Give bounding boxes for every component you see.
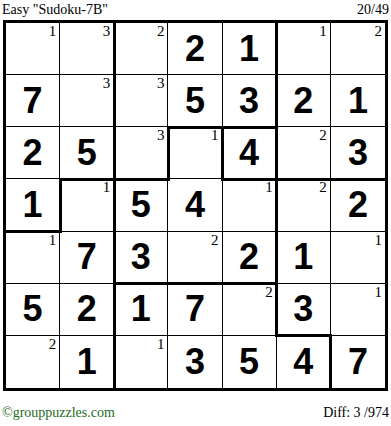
region-border-horizontal xyxy=(59,178,170,181)
cell-r5c1[interactable]: 1 xyxy=(6,232,60,284)
pencil-mark: 1 xyxy=(103,179,111,196)
cell-r4c1[interactable]: 1 xyxy=(6,179,60,231)
cell-r5c4[interactable]: 2 xyxy=(168,232,222,284)
cell-r5c6[interactable]: 1 xyxy=(277,232,331,284)
cell-r7c7[interactable]: 7 xyxy=(331,336,385,388)
pencil-mark: 3 xyxy=(103,23,111,40)
cell-value: 4 xyxy=(168,179,221,230)
cell-value: 4 xyxy=(223,127,276,178)
cell-value: 3 xyxy=(114,232,167,283)
cell-r7c6[interactable]: 4 xyxy=(277,336,331,388)
cell-value: 5 xyxy=(60,127,113,178)
cell-value: 3 xyxy=(277,284,330,335)
cell-r7c2[interactable]: 1 xyxy=(60,336,114,388)
region-border-vertical xyxy=(167,126,170,181)
cell-r2c3[interactable]: 3 xyxy=(114,75,168,127)
pencil-mark: 1 xyxy=(374,284,382,301)
cell-r7c1[interactable]: 2 xyxy=(6,336,60,388)
pencil-mark: 2 xyxy=(319,179,327,196)
cell-r6c5[interactable]: 2 xyxy=(223,284,277,336)
cell-value: 1 xyxy=(277,232,330,283)
cell-value: 7 xyxy=(6,75,59,126)
sudoku-board: 1322112733532125314231154122173221152172… xyxy=(3,20,388,391)
cell-r3c1[interactable]: 2 xyxy=(6,127,60,179)
cell-r6c1[interactable]: 5 xyxy=(6,284,60,336)
pencil-mark: 1 xyxy=(49,232,57,249)
cell-r3c3[interactable]: 3 xyxy=(114,127,168,179)
cell-r5c3[interactable]: 3 xyxy=(114,232,168,284)
region-border-horizontal xyxy=(6,230,62,233)
pencil-mark: 2 xyxy=(49,336,57,353)
cell-r3c6[interactable]: 2 xyxy=(277,127,331,179)
cell-r4c4[interactable]: 4 xyxy=(168,179,222,231)
cell-r2c7[interactable]: 1 xyxy=(331,75,385,127)
cell-value: 4 xyxy=(277,336,330,388)
cell-r6c6[interactable]: 3 xyxy=(277,284,331,336)
cell-r3c4[interactable]: 1 xyxy=(168,127,222,179)
cell-value: 1 xyxy=(6,179,59,230)
cell-r6c2[interactable]: 2 xyxy=(60,284,114,336)
cell-value: 2 xyxy=(60,284,113,335)
cell-value: 3 xyxy=(168,336,221,388)
cell-value: 5 xyxy=(114,179,167,230)
cell-r3c5[interactable]: 4 xyxy=(223,127,277,179)
region-border-horizontal xyxy=(167,126,278,129)
cell-value: 1 xyxy=(223,23,276,74)
cell-value: 1 xyxy=(114,284,167,335)
cell-r4c3[interactable]: 5 xyxy=(114,179,168,231)
page-title: Easy "Sudoku-7B" xyxy=(2,1,108,18)
cell-value: 5 xyxy=(223,336,276,388)
cell-r2c1[interactable]: 7 xyxy=(6,75,60,127)
pencil-mark: 3 xyxy=(103,75,111,92)
cell-r5c7[interactable]: 1 xyxy=(331,232,385,284)
cell-value: 2 xyxy=(331,179,385,230)
cell-r7c3[interactable]: 1 xyxy=(114,336,168,388)
pencil-mark: 1 xyxy=(319,23,327,40)
pencil-mark: 1 xyxy=(265,179,273,196)
cell-r2c5[interactable]: 3 xyxy=(223,75,277,127)
cell-r5c5[interactable]: 2 xyxy=(223,232,277,284)
region-border-vertical xyxy=(329,334,332,388)
cell-r6c4[interactable]: 7 xyxy=(168,284,222,336)
cell-value: 3 xyxy=(331,127,385,178)
cell-r1c7[interactable]: 2 xyxy=(331,23,385,75)
pencil-mark: 1 xyxy=(211,127,219,144)
cell-r1c2[interactable]: 3 xyxy=(60,23,114,75)
pencil-mark: 2 xyxy=(157,23,165,40)
cell-r4c6[interactable]: 2 xyxy=(277,179,331,231)
cell-r5c2[interactable]: 7 xyxy=(60,232,114,284)
cell-r3c2[interactable]: 5 xyxy=(60,127,114,179)
cell-r4c5[interactable]: 1 xyxy=(223,179,277,231)
cell-value: 1 xyxy=(60,336,113,388)
cell-r2c6[interactable]: 2 xyxy=(277,75,331,127)
cell-value: 1 xyxy=(331,75,385,126)
region-border-horizontal xyxy=(275,334,332,337)
pencil-mark: 2 xyxy=(265,284,273,301)
pencil-mark: 1 xyxy=(157,336,165,353)
difficulty-text: Diff: 3 /974 xyxy=(323,405,389,421)
sudoku-grid: 1322112733532125314231154122173221152172… xyxy=(6,23,385,388)
cell-r1c1[interactable]: 1 xyxy=(6,23,60,75)
pencil-mark: 2 xyxy=(319,127,327,144)
cell-r6c7[interactable]: 1 xyxy=(331,284,385,336)
cell-r3c7[interactable]: 3 xyxy=(331,127,385,179)
cell-r4c7[interactable]: 2 xyxy=(331,179,385,231)
cell-value: 7 xyxy=(60,232,113,283)
pencil-mark: 3 xyxy=(157,75,165,92)
cell-value: 2 xyxy=(6,127,59,178)
cells-remaining-counter: 20/49 xyxy=(357,1,389,18)
region-border-horizontal xyxy=(221,178,385,181)
cell-value: 2 xyxy=(168,23,221,74)
cell-value: 7 xyxy=(168,284,221,335)
pencil-mark: 3 xyxy=(157,127,165,144)
pencil-mark: 1 xyxy=(374,232,382,249)
region-border-horizontal xyxy=(113,282,278,285)
pencil-mark: 2 xyxy=(211,232,219,249)
cell-r7c4[interactable]: 3 xyxy=(168,336,222,388)
cell-value: 5 xyxy=(6,284,59,335)
cell-r1c3[interactable]: 2 xyxy=(114,23,168,75)
cell-r4c2[interactable]: 1 xyxy=(60,179,114,231)
region-border-vertical xyxy=(59,178,62,233)
cell-value: 3 xyxy=(223,75,276,126)
cell-value: 7 xyxy=(331,336,385,388)
cell-value: 2 xyxy=(277,75,330,126)
region-border-vertical xyxy=(221,126,224,181)
copyright-text: ©grouppuzzles.com xyxy=(2,405,115,421)
region-border-vertical xyxy=(113,23,116,388)
pencil-mark: 2 xyxy=(374,23,382,40)
cell-value: 5 xyxy=(168,75,221,126)
cell-r1c5[interactable]: 1 xyxy=(223,23,277,75)
cell-r1c4[interactable]: 2 xyxy=(168,23,222,75)
cell-r2c2[interactable]: 3 xyxy=(60,75,114,127)
pencil-mark: 1 xyxy=(49,23,57,40)
cell-r1c6[interactable]: 1 xyxy=(277,23,331,75)
cell-r7c5[interactable]: 5 xyxy=(223,336,277,388)
cell-value: 2 xyxy=(223,232,276,283)
cell-r2c4[interactable]: 5 xyxy=(168,75,222,127)
cell-r6c3[interactable]: 1 xyxy=(114,284,168,336)
